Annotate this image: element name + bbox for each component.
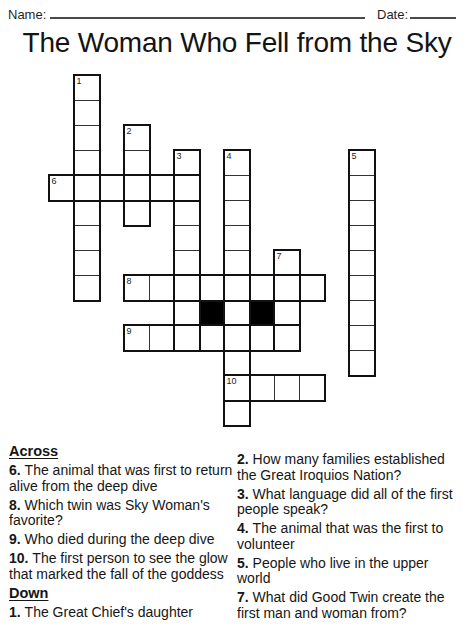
grid-cell-r12c8[interactable] [249,375,275,401]
grid-cell-r9c5[interactable] [174,300,200,326]
grid-cell-r8c12[interactable] [349,275,375,301]
clues-heading-across: Across [9,444,238,460]
date-fill-line [410,17,456,19]
grid-cell-r12c9[interactable] [274,375,300,401]
grid-cell-r8c9[interactable] [274,275,300,301]
clue-text-5: People who live in the upper world [237,555,428,587]
grid-cell-r10c5[interactable] [174,325,200,351]
grid-cell-r10c9[interactable] [274,325,300,351]
grid-cell-r6c5[interactable] [174,225,200,251]
clue-text-1: The Great Chief's daughter [25,604,193,620]
grid-cell-r8c7[interactable] [224,275,250,301]
clue-item-1: 1. The Great Chief's daughter [9,605,238,621]
grid-cell-r4c12[interactable] [349,175,375,201]
clue-text-10: The first person to see the glow that ma… [9,550,228,582]
grid-cell-r9c9[interactable] [274,300,300,326]
grid-cell-r7c5[interactable] [174,250,200,276]
grid-cell-r1c1[interactable] [74,100,100,126]
grid-cell-r4c3[interactable] [124,175,150,201]
grid-cell-r9c7[interactable] [224,300,250,326]
clue-item-5: 5. People who live in the upper world [237,556,465,587]
grid-cell-r12c10[interactable] [299,375,325,401]
page-title: The Woman Who Fell from the Sky [0,27,474,59]
grid-cell-r3c12[interactable] [349,150,375,176]
clues-column-left: Across6. The animal that was first to re… [9,444,238,624]
clue-text-2: How many families established the Great … [237,451,445,483]
grid-cell-r4c0[interactable] [49,175,75,201]
clue-number-4: 4. [237,520,253,536]
grid-cell-r7c1[interactable] [74,250,100,276]
grid-cell-r10c8[interactable] [249,325,275,351]
grid-cell-r6c7[interactable] [224,225,250,251]
clue-number-3: 3. [237,486,253,502]
grid-cell-r6c1[interactable] [74,225,100,251]
grid-cell-r4c1[interactable] [74,175,100,201]
grid-cell-r12c7[interactable] [224,375,250,401]
grid-cell-r5c12[interactable] [349,200,375,226]
grid-cell-r8c8[interactable] [249,275,275,301]
clue-item-6: 6. The animal that was first to return a… [9,463,238,494]
grid-cell-r2c3[interactable] [124,125,150,151]
clue-number-5: 5. [237,555,253,571]
grid-cell-r8c6[interactable] [199,275,225,301]
grid-cell-r2c1[interactable] [74,125,100,151]
grid-cell-r3c1[interactable] [74,150,100,176]
grid-cell-r10c12[interactable] [349,325,375,351]
clue-item-7: 7. What did Good Twin create the first m… [237,590,465,621]
grid-cell-r3c7[interactable] [224,150,250,176]
grid-cell-r10c7[interactable] [224,325,250,351]
clue-item-9: 9. Who died during the deep dive [9,532,238,548]
clue-item-3: 3. What language did all of the first pe… [237,487,465,518]
grid-cell-r8c5[interactable] [174,275,200,301]
clue-text-6: The animal that was first to return aliv… [9,462,232,494]
grid-cell-r7c12[interactable] [349,250,375,276]
grid-cell-r8c1[interactable] [74,275,100,301]
clue-number-2: 2. [237,451,253,467]
name-label: Name: [8,7,46,22]
clue-item-2: 2. How many families established the Gre… [237,452,465,483]
grid-cell-r3c3[interactable] [124,150,150,176]
grid-cell-r11c7[interactable] [224,350,250,376]
grid-cell-r4c2[interactable] [99,175,125,201]
clue-number-10: 10. [9,550,32,566]
name-fill-line [50,17,365,19]
grid-cell-r7c7[interactable] [224,250,250,276]
grid-cell-r10c6[interactable] [199,325,225,351]
clue-text-4: The animal that was the first to volunte… [237,520,443,552]
grid-cell-r5c1[interactable] [74,200,100,226]
clue-text-9: Who died during the deep dive [25,531,215,547]
grid-cell-r11c12[interactable] [349,350,375,376]
grid-cell-r8c4[interactable] [149,275,175,301]
grid-cell-r10c4[interactable] [149,325,175,351]
clue-item-8: 8. Which twin was Sky Woman's favorite? [9,498,238,529]
grid-cell-r13c7[interactable] [224,400,250,426]
black-cell-r9c6 [199,300,225,326]
grid-cell-r4c5[interactable] [174,175,200,201]
grid-cell-r3c5[interactable] [174,150,200,176]
grid-cell-r9c12[interactable] [349,300,375,326]
clue-number-8: 8. [9,497,25,513]
grid-cell-r4c7[interactable] [224,175,250,201]
clue-text-8: Which twin was Sky Woman's favorite? [9,497,210,529]
grid-cell-r5c5[interactable] [174,200,200,226]
crossword-grid: 12345678910 [49,75,375,426]
grid-cell-r8c3[interactable] [124,275,150,301]
clue-item-4: 4. The animal that was the first to volu… [237,521,465,552]
clue-text-3: What language did all of the first peopl… [237,486,453,518]
grid-cell-r5c7[interactable] [224,200,250,226]
clue-number-1: 1. [9,604,25,620]
grid-cell-r7c9[interactable] [274,250,300,276]
clue-number-9: 9. [9,531,25,547]
black-cell-r9c8 [249,300,275,326]
clues-column-right: 2. How many families established the Gre… [237,452,465,625]
clue-number-6: 6. [9,462,25,478]
grid-cell-r10c3[interactable] [124,325,150,351]
clue-number-7: 7. [237,589,253,605]
grid-cell-r6c12[interactable] [349,225,375,251]
grid-cell-r5c3[interactable] [124,200,150,226]
clue-text-7: What did Good Twin create the first man … [237,589,445,621]
clue-item-10: 10. The first person to see the glow tha… [9,551,238,582]
clues-heading-down: Down [9,586,238,602]
grid-cell-r8c10[interactable] [299,275,325,301]
grid-cell-r0c1[interactable] [74,75,100,101]
grid-cell-r4c4[interactable] [149,175,175,201]
date-label: Date: [377,7,408,22]
